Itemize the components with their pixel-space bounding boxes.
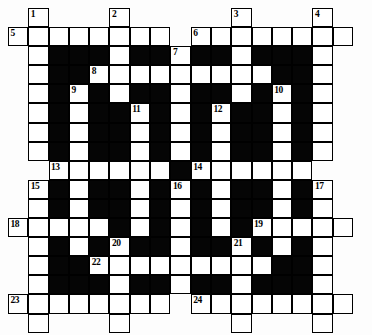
block-cell — [150, 218, 170, 237]
grid-cell[interactable] — [28, 123, 48, 142]
grid-cell[interactable] — [211, 161, 231, 180]
block-cell — [272, 65, 292, 84]
grid-cell[interactable] — [312, 65, 332, 84]
grid-cell[interactable] — [211, 65, 231, 84]
grid-cell[interactable] — [272, 123, 292, 142]
grid-cell[interactable] — [69, 237, 89, 256]
block-cell — [191, 142, 211, 161]
block-cell — [191, 275, 211, 294]
grid-cell[interactable] — [130, 161, 150, 180]
block-cell — [252, 84, 272, 103]
clue-number: 15 — [31, 181, 40, 191]
grid-cell[interactable]: 8 — [89, 65, 109, 84]
grid-cell[interactable] — [28, 199, 48, 218]
grid-cell[interactable] — [312, 84, 332, 103]
grid-cell[interactable]: 18 — [8, 218, 28, 237]
grid-cell[interactable] — [312, 294, 332, 313]
block-cell — [292, 180, 312, 199]
block-cell — [231, 103, 251, 122]
block-cell — [191, 84, 211, 103]
grid-cell[interactable]: 1 — [28, 8, 48, 27]
block-cell — [150, 142, 170, 161]
block-cell — [150, 123, 170, 142]
block-cell — [49, 103, 69, 122]
grid-cell[interactable] — [28, 314, 48, 333]
grid-cell[interactable] — [28, 218, 48, 237]
block-cell — [292, 84, 312, 103]
block-cell — [150, 84, 170, 103]
grid-cell[interactable]: 2 — [109, 8, 129, 27]
block-cell — [69, 275, 89, 294]
grid-cell[interactable] — [150, 256, 170, 275]
clue-number: 8 — [92, 66, 96, 76]
grid-cell[interactable] — [231, 65, 251, 84]
grid-cell[interactable] — [170, 218, 190, 237]
block-cell — [49, 65, 69, 84]
grid-cell[interactable]: 11 — [130, 103, 150, 122]
grid-cell[interactable] — [312, 142, 332, 161]
grid-cell[interactable] — [130, 180, 150, 199]
grid-cell[interactable] — [89, 27, 109, 46]
grid-cell[interactable] — [170, 123, 190, 142]
block-cell — [49, 84, 69, 103]
grid-cell[interactable] — [109, 84, 129, 103]
grid-cell[interactable] — [272, 27, 292, 46]
block-cell — [89, 103, 109, 122]
block-cell — [292, 256, 312, 275]
block-cell — [69, 65, 89, 84]
clue-number: 10 — [274, 85, 283, 95]
grid-cell[interactable] — [211, 256, 231, 275]
grid-cell[interactable] — [170, 142, 190, 161]
block-cell — [252, 142, 272, 161]
grid-cell[interactable]: 14 — [191, 161, 211, 180]
grid-cell[interactable] — [252, 161, 272, 180]
block-cell — [211, 46, 231, 65]
grid-cell[interactable] — [150, 27, 170, 46]
grid-cell[interactable]: 15 — [28, 180, 48, 199]
block-cell — [150, 103, 170, 122]
grid-cell[interactable] — [69, 180, 89, 199]
clue-number: 23 — [11, 295, 20, 305]
block-cell — [292, 65, 312, 84]
grid-cell[interactable] — [292, 218, 312, 237]
clue-number: 19 — [254, 219, 263, 229]
grid-cell[interactable] — [211, 294, 231, 313]
grid-cell[interactable] — [252, 256, 272, 275]
block-cell — [292, 123, 312, 142]
grid-cell[interactable] — [130, 65, 150, 84]
grid-cell[interactable] — [312, 237, 332, 256]
grid-cell[interactable] — [333, 294, 353, 313]
grid-cell[interactable]: 16 — [170, 180, 190, 199]
grid-cell[interactable] — [130, 256, 150, 275]
grid-cell[interactable] — [89, 294, 109, 313]
clue-number: 13 — [51, 162, 60, 172]
grid-cell[interactable] — [292, 161, 312, 180]
grid-cell[interactable]: 13 — [49, 161, 69, 180]
grid-cell[interactable] — [252, 294, 272, 313]
grid-cell[interactable] — [312, 275, 332, 294]
grid-cell[interactable] — [312, 46, 332, 65]
grid-cell[interactable] — [272, 237, 292, 256]
crossword-grid: 123456789101112131415161718192021222324 — [8, 8, 353, 333]
grid-cell[interactable] — [170, 84, 190, 103]
grid-cell[interactable]: 24 — [191, 294, 211, 313]
block-cell — [191, 123, 211, 142]
block-cell — [109, 199, 129, 218]
block-cell — [49, 180, 69, 199]
block-cell — [211, 84, 231, 103]
grid-cell[interactable]: 7 — [170, 46, 190, 65]
block-cell — [49, 123, 69, 142]
grid-cell[interactable] — [272, 218, 292, 237]
block-cell — [109, 180, 129, 199]
clue-number: 6 — [193, 28, 197, 38]
block-cell — [150, 275, 170, 294]
grid-cell[interactable] — [28, 256, 48, 275]
block-cell — [231, 123, 251, 142]
grid-cell[interactable] — [150, 294, 170, 313]
block-cell — [292, 275, 312, 294]
grid-cell[interactable] — [28, 84, 48, 103]
clue-number: 7 — [173, 47, 177, 57]
grid-cell[interactable] — [312, 218, 332, 237]
block-cell — [252, 275, 272, 294]
grid-cell[interactable] — [292, 294, 312, 313]
grid-cell[interactable]: 17 — [312, 180, 332, 199]
grid-cell[interactable] — [69, 218, 89, 237]
grid-cell[interactable] — [231, 275, 251, 294]
clue-number: 11 — [132, 104, 140, 114]
grid-cell[interactable] — [231, 84, 251, 103]
grid-cell[interactable] — [211, 199, 231, 218]
grid-cell[interactable]: 19 — [252, 218, 272, 237]
block-cell — [89, 199, 109, 218]
grid-cell[interactable] — [170, 237, 190, 256]
block-cell — [130, 237, 150, 256]
grid-cell[interactable] — [333, 27, 353, 46]
grid-cell[interactable] — [252, 27, 272, 46]
block-cell — [89, 275, 109, 294]
block-cell — [49, 142, 69, 161]
grid-cell[interactable] — [130, 123, 150, 142]
block-cell — [150, 199, 170, 218]
block-cell — [292, 237, 312, 256]
block-cell — [49, 237, 69, 256]
block-cell — [292, 46, 312, 65]
block-cell — [89, 46, 109, 65]
grid-cell[interactable] — [109, 314, 129, 333]
block-cell — [89, 123, 109, 142]
clue-number: 12 — [213, 104, 222, 114]
grid-cell[interactable] — [150, 65, 170, 84]
grid-cell[interactable] — [191, 65, 211, 84]
grid-cell[interactable]: 21 — [231, 237, 251, 256]
grid-cell[interactable] — [109, 161, 129, 180]
grid-cell[interactable] — [272, 103, 292, 122]
grid-cell[interactable]: 22 — [89, 256, 109, 275]
grid-cell[interactable] — [272, 294, 292, 313]
clue-number: 9 — [71, 85, 75, 95]
grid-cell[interactable] — [49, 27, 69, 46]
grid-cell[interactable] — [28, 142, 48, 161]
block-cell — [69, 256, 89, 275]
block-cell — [109, 103, 129, 122]
block-cell — [191, 237, 211, 256]
block-cell — [170, 161, 190, 180]
grid-cell[interactable] — [312, 27, 332, 46]
grid-cell[interactable] — [170, 103, 190, 122]
block-cell — [49, 199, 69, 218]
grid-cell[interactable] — [312, 314, 332, 333]
grid-cell[interactable] — [231, 46, 251, 65]
block-cell — [150, 237, 170, 256]
grid-cell[interactable] — [89, 161, 109, 180]
clue-number: 3 — [234, 9, 238, 19]
grid-cell[interactable] — [211, 123, 231, 142]
grid-cell[interactable] — [333, 218, 353, 237]
block-cell — [191, 46, 211, 65]
clue-number: 17 — [315, 181, 324, 191]
grid-cell[interactable] — [69, 103, 89, 122]
block-cell — [109, 142, 129, 161]
grid-cell[interactable]: 9 — [69, 84, 89, 103]
grid-cell[interactable] — [211, 180, 231, 199]
grid-cell[interactable] — [28, 275, 48, 294]
grid-cell[interactable] — [150, 161, 170, 180]
grid-cell[interactable]: 12 — [211, 103, 231, 122]
block-cell — [109, 123, 129, 142]
grid-cell[interactable] — [49, 294, 69, 313]
grid-cell[interactable] — [49, 218, 69, 237]
grid-cell[interactable] — [312, 123, 332, 142]
grid-cell[interactable] — [272, 142, 292, 161]
block-cell — [150, 180, 170, 199]
grid-cell[interactable] — [109, 27, 129, 46]
block-cell — [231, 199, 251, 218]
grid-cell[interactable] — [109, 294, 129, 313]
grid-cell[interactable] — [109, 46, 129, 65]
grid-cell[interactable]: 10 — [272, 84, 292, 103]
grid-cell[interactable]: 3 — [231, 8, 251, 27]
grid-cell[interactable] — [130, 218, 150, 237]
grid-cell[interactable] — [211, 27, 231, 46]
clue-number: 2 — [112, 9, 116, 19]
clue-number: 18 — [11, 219, 20, 229]
clue-number: 22 — [92, 257, 101, 267]
block-cell — [252, 199, 272, 218]
grid-cell[interactable] — [28, 46, 48, 65]
grid-cell[interactable] — [272, 199, 292, 218]
block-cell — [252, 103, 272, 122]
block-cell — [231, 218, 251, 237]
grid-cell[interactable] — [231, 294, 251, 313]
grid-cell[interactable] — [89, 218, 109, 237]
grid-cell[interactable] — [130, 294, 150, 313]
block-cell — [49, 275, 69, 294]
block-cell — [191, 180, 211, 199]
block-cell — [130, 275, 150, 294]
block-cell — [191, 218, 211, 237]
grid-cell[interactable] — [252, 65, 272, 84]
clue-number: 5 — [11, 28, 15, 38]
block-cell — [252, 46, 272, 65]
block-cell — [272, 275, 292, 294]
grid-cell[interactable] — [170, 256, 190, 275]
block-cell — [292, 199, 312, 218]
block-cell — [89, 142, 109, 161]
grid-cell[interactable] — [170, 65, 190, 84]
block-cell — [231, 180, 251, 199]
clue-number: 16 — [173, 181, 182, 191]
block-cell — [49, 46, 69, 65]
grid-cell[interactable]: 4 — [312, 8, 332, 27]
grid-cell[interactable] — [231, 27, 251, 46]
clue-number: 14 — [193, 162, 202, 172]
grid-cell[interactable]: 6 — [191, 27, 211, 46]
grid-cell[interactable] — [69, 199, 89, 218]
grid-cell[interactable] — [109, 275, 129, 294]
grid-cell[interactable]: 20 — [109, 237, 129, 256]
grid-cell[interactable] — [69, 161, 89, 180]
block-cell — [191, 199, 211, 218]
block-cell — [252, 237, 272, 256]
grid-cell[interactable] — [69, 142, 89, 161]
grid-cell[interactable] — [109, 65, 129, 84]
scanned-crossword-page: 123456789101112131415161718192021222324 — [0, 0, 372, 335]
block-cell — [292, 103, 312, 122]
grid-cell[interactable] — [170, 275, 190, 294]
block-cell — [109, 218, 129, 237]
grid-cell[interactable] — [69, 27, 89, 46]
block-cell — [211, 275, 231, 294]
grid-cell[interactable] — [170, 199, 190, 218]
grid-cell[interactable]: 23 — [8, 294, 28, 313]
grid-cell[interactable] — [191, 256, 211, 275]
grid-cell[interactable] — [130, 199, 150, 218]
clue-number: 4 — [315, 9, 319, 19]
grid-cell[interactable] — [312, 103, 332, 122]
block-cell — [130, 84, 150, 103]
grid-cell[interactable] — [272, 180, 292, 199]
grid-cell[interactable] — [231, 256, 251, 275]
grid-cell[interactable] — [231, 161, 251, 180]
block-cell — [69, 46, 89, 65]
block-cell — [272, 256, 292, 275]
block-cell — [89, 180, 109, 199]
grid-cell[interactable] — [211, 142, 231, 161]
block-cell — [231, 142, 251, 161]
block-cell — [89, 237, 109, 256]
clue-number: 24 — [193, 295, 202, 305]
grid-cell[interactable] — [292, 27, 312, 46]
grid-cell[interactable] — [28, 103, 48, 122]
block-cell — [292, 142, 312, 161]
grid-cell[interactable] — [28, 65, 48, 84]
grid-cell[interactable] — [28, 237, 48, 256]
block-cell — [211, 237, 231, 256]
block-cell — [272, 46, 292, 65]
grid-cell[interactable] — [231, 314, 251, 333]
clue-number: 1 — [31, 9, 35, 19]
clue-number: 20 — [112, 238, 121, 248]
block-cell — [191, 103, 211, 122]
grid-cell[interactable] — [69, 123, 89, 142]
clue-number: 21 — [234, 238, 243, 248]
block-cell — [89, 84, 109, 103]
grid-cell[interactable] — [130, 27, 150, 46]
grid-cell[interactable] — [109, 256, 129, 275]
grid-cell[interactable] — [312, 199, 332, 218]
grid-cell[interactable] — [211, 218, 231, 237]
grid-cell[interactable] — [312, 256, 332, 275]
block-cell — [150, 46, 170, 65]
block-cell — [49, 256, 69, 275]
grid-cell[interactable] — [28, 294, 48, 313]
grid-cell[interactable] — [272, 161, 292, 180]
grid-cell[interactable] — [130, 142, 150, 161]
block-cell — [252, 180, 272, 199]
grid-cell[interactable] — [28, 27, 48, 46]
block-cell — [130, 46, 150, 65]
block-cell — [252, 123, 272, 142]
grid-cell[interactable]: 5 — [8, 27, 28, 46]
grid-cell[interactable] — [69, 294, 89, 313]
